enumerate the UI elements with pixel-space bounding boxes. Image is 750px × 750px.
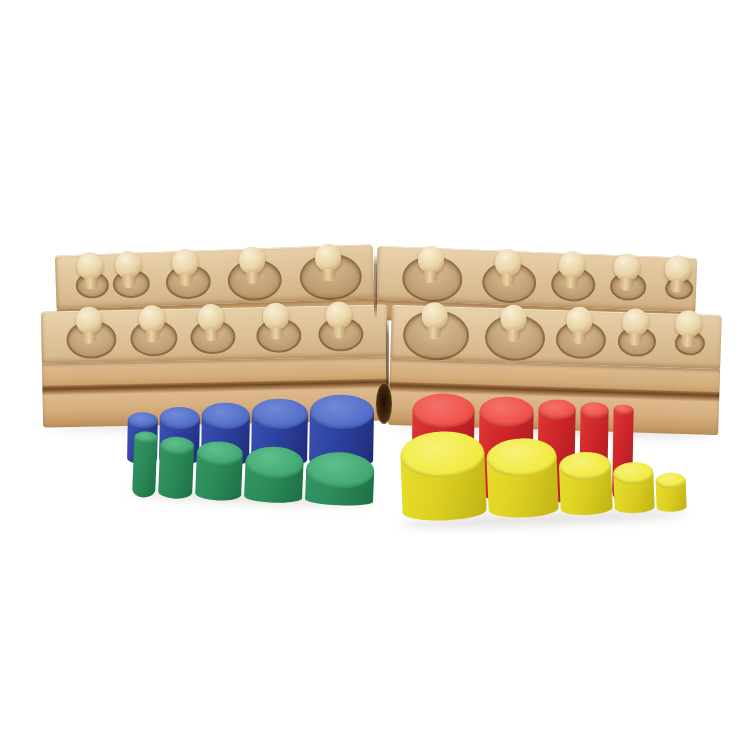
block-top-face	[55, 244, 375, 309]
knob-neck	[204, 329, 218, 341]
front-right-block-knobbed-cylinder-3	[565, 306, 594, 345]
yellow-cylinder-5	[655, 472, 686, 512]
finger-notch	[376, 384, 392, 424]
green-cylinder-5	[305, 451, 375, 507]
knob-head	[172, 249, 199, 277]
front-left-block-knobbed-cylinder-5	[324, 301, 353, 340]
knob-neck	[427, 327, 441, 339]
block-top-face	[390, 305, 722, 369]
knob-head	[315, 244, 342, 272]
cylinder-top	[202, 402, 250, 429]
knob-head	[263, 302, 290, 330]
knob-neck	[506, 329, 520, 341]
back-right-block-knobbed-cylinder-4	[612, 253, 641, 292]
knob-head	[115, 251, 142, 279]
yellow-cylinder-1	[400, 430, 487, 522]
knob-head	[138, 305, 165, 333]
front-left-block-knobbed-cylinder-4	[262, 302, 291, 341]
front-right-block-knobbed-cylinder-5	[674, 310, 703, 349]
cylinder-side	[132, 437, 157, 498]
cylinder-top	[252, 398, 309, 429]
front-right-block-knobbed-cylinder-1	[420, 302, 449, 341]
knob-neck	[670, 280, 684, 293]
knob-head	[418, 245, 445, 273]
knob-head	[495, 248, 522, 276]
front-right-block-knobbed-cylinder-4	[621, 308, 650, 347]
knob-neck	[269, 328, 283, 340]
cylinder-top	[128, 412, 158, 429]
knob-neck	[179, 274, 193, 286]
yellow-cylinder-4	[613, 461, 655, 513]
knob-head	[325, 301, 352, 329]
knob-neck	[246, 271, 260, 283]
green-cylinder-3	[195, 441, 243, 502]
cylinder-top	[614, 405, 634, 415]
cylinder-top	[538, 399, 575, 420]
back-left-block-knobbed-cylinder-1	[76, 252, 105, 291]
yellow-cylinder-row	[400, 422, 687, 522]
yellow-cylinder-2	[486, 437, 559, 519]
knob-head	[76, 306, 103, 334]
block-top-face	[41, 304, 388, 363]
back-right-block-knobbed-cylinder-3	[557, 251, 586, 290]
knob-head	[197, 304, 224, 332]
back-left-block-knobbed-cylinder-3	[171, 249, 200, 288]
knob-neck	[564, 276, 578, 289]
front-left-block-knobbed-cylinder-1	[75, 306, 104, 345]
knob-neck	[83, 331, 97, 343]
back-left-block-knobbed-cylinder-5	[314, 244, 343, 283]
green-cylinder-row	[132, 431, 375, 507]
green-cylinder-4	[244, 446, 304, 504]
knob-head	[566, 306, 593, 334]
back-right-block-knobbed-cylinder-1	[417, 245, 446, 284]
knob-neck	[628, 333, 642, 345]
knob-neck	[424, 271, 438, 284]
yellow-cylinder-3	[558, 451, 612, 516]
knob-head	[559, 251, 586, 279]
knob-neck	[122, 276, 136, 288]
knob-head	[239, 246, 266, 274]
front-left-block-knobbed-cylinder-2	[137, 305, 166, 344]
front-left-block-knobbed-cylinder-3	[196, 304, 225, 343]
knob-head	[77, 252, 104, 280]
knob-neck	[332, 326, 346, 338]
knob-head	[664, 255, 691, 283]
knob-head	[613, 253, 640, 281]
knob-neck	[619, 278, 633, 291]
knob-neck	[572, 332, 586, 344]
back-left-block-knobbed-cylinder-4	[238, 246, 267, 285]
green-cylinder-2	[158, 436, 194, 499]
knob-head	[500, 304, 527, 332]
product-photo-stage	[0, 0, 750, 750]
back-right-block-knobbed-cylinder-2	[493, 248, 522, 287]
back-blocks-seam	[374, 254, 377, 318]
cylinder-top	[479, 396, 534, 427]
knob-neck	[322, 269, 336, 281]
knob-head	[622, 308, 649, 336]
knob-neck	[681, 335, 695, 347]
knob-head	[675, 310, 702, 338]
knob-neck	[84, 277, 98, 289]
cylinder-top	[160, 407, 200, 430]
knob-neck	[145, 330, 159, 342]
back-right-block-knobbed-cylinder-5	[663, 255, 692, 294]
knob-head	[421, 302, 448, 330]
back-left-block-knobbed-cylinder-2	[114, 251, 143, 290]
cylinder-top	[412, 393, 475, 428]
front-right-block-knobbed-cylinder-2	[499, 304, 528, 343]
green-cylinder-1	[132, 431, 158, 498]
cylinder-top	[580, 402, 608, 418]
knob-neck	[500, 274, 514, 287]
